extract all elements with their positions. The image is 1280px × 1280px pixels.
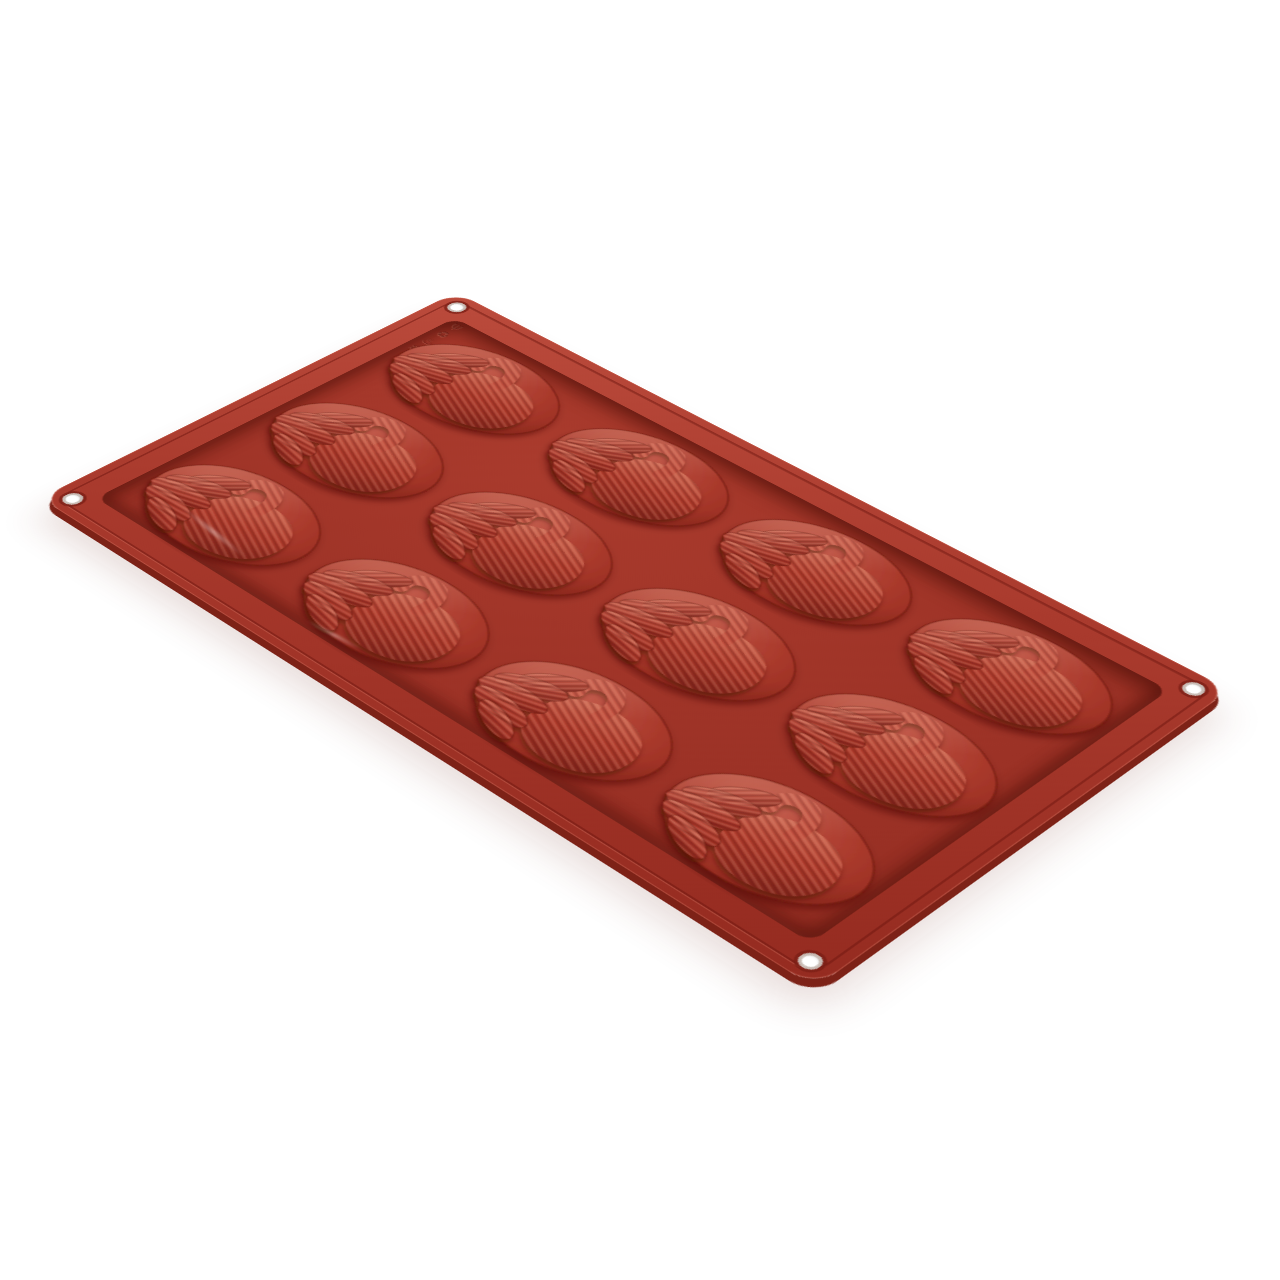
- corner-hole: [444, 301, 470, 314]
- mold-field: Ψ ♻ ♨ ❄: [96, 318, 1169, 943]
- cavity-grid: [96, 318, 1169, 943]
- corner-hole: [58, 491, 87, 507]
- corner-hole: [1178, 680, 1209, 699]
- silicone-mold: Ψ ♻ ♨ ❄: [40, 292, 1230, 988]
- photo-background: Ψ ♻ ♨ ❄: [0, 0, 1280, 1280]
- corner-hole: [793, 950, 828, 973]
